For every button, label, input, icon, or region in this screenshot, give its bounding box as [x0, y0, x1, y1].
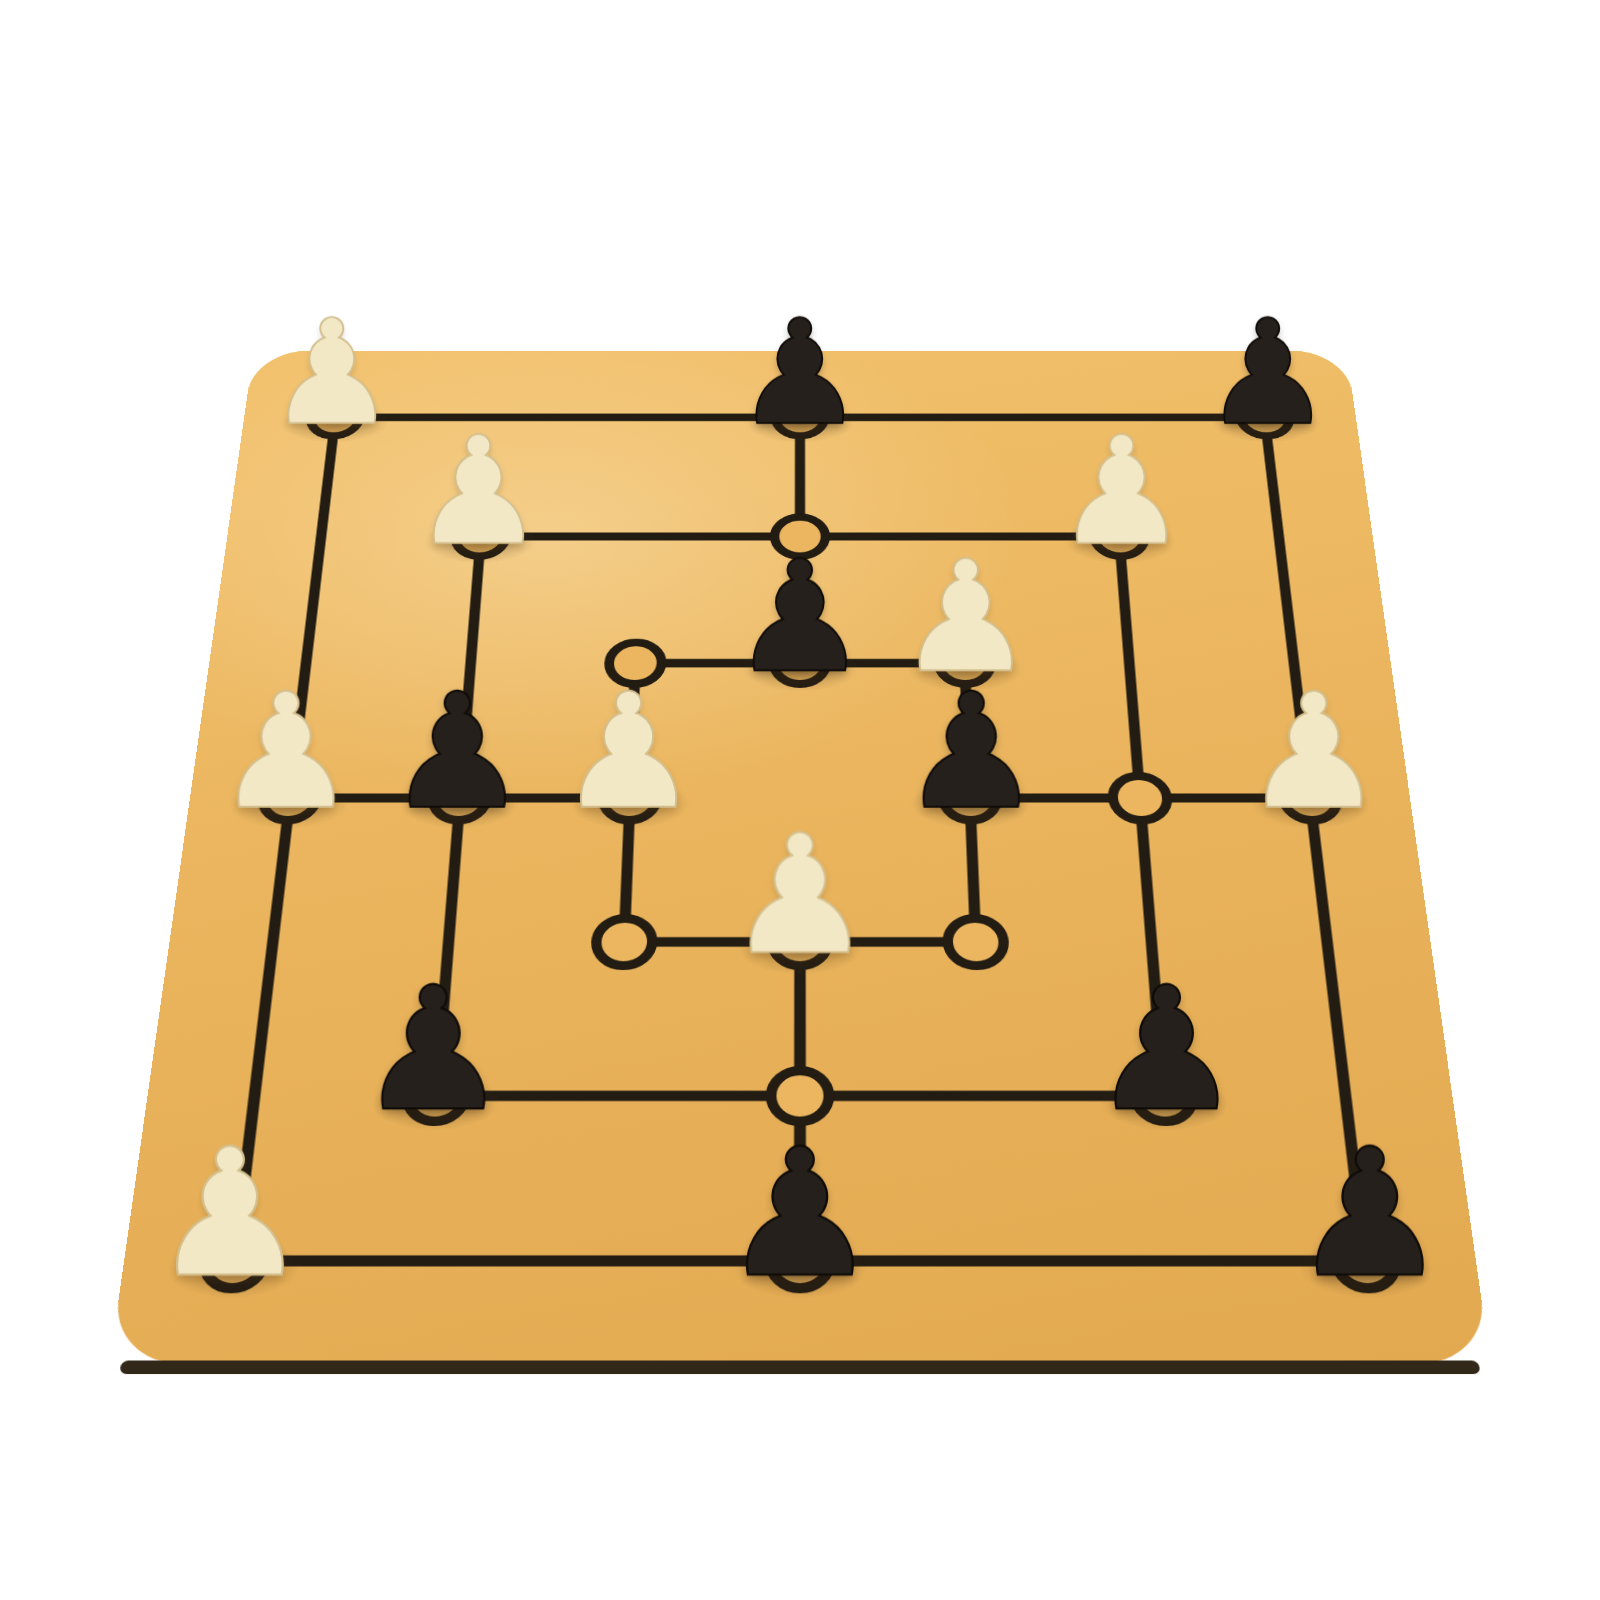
white-pawn-glyph: ♟ [398, 416, 559, 565]
white-pawn-glyph: ♟ [543, 672, 714, 831]
point-c4[interactable]: ♟ [541, 729, 717, 868]
white-pawn-glyph: ♟ [1041, 416, 1202, 565]
point-e3[interactable] [886, 869, 1068, 1018]
game-mat: ♟♟♟♟♟♟♟♟♟♟♟♟♟♟♟♟♟♟ [109, 351, 1490, 1364]
point-a4[interactable]: ♟ [195, 729, 382, 868]
point-f6[interactable]: ♟ [1036, 476, 1205, 599]
point-b4[interactable]: ♟ [368, 729, 549, 868]
point-g4[interactable]: ♟ [1218, 729, 1405, 868]
white-pawn-glyph: ♟ [135, 1125, 325, 1302]
black-pawn-glyph: ♟ [886, 672, 1057, 831]
point-f4[interactable] [1051, 729, 1232, 868]
point-b2[interactable]: ♟ [337, 1018, 532, 1177]
black-pawn-glyph: ♟ [1190, 300, 1346, 445]
black-pawn-glyph: ♟ [342, 963, 525, 1133]
point-g1[interactable]: ♟ [1263, 1177, 1472, 1348]
product-photo-scene: Nine Men's Morris (Mill / Merels) ♟♟♟♟♟♟… [0, 0, 1600, 1600]
white-pawn-glyph: ♟ [1228, 672, 1399, 831]
point-b6[interactable]: ♟ [395, 476, 564, 599]
point-a7[interactable]: ♟ [250, 360, 419, 476]
black-pawn-glyph: ♟ [1075, 963, 1258, 1133]
black-pawn-glyph: ♟ [705, 1125, 895, 1302]
white-pawn-glyph: ♟ [711, 813, 888, 978]
point-d1[interactable]: ♟ [704, 1177, 896, 1348]
point-d5[interactable]: ♟ [716, 599, 883, 730]
point-d7[interactable]: ♟ [721, 360, 878, 476]
point-a1[interactable]: ♟ [129, 1177, 338, 1348]
point-c3[interactable] [532, 869, 714, 1018]
point-d3[interactable]: ♟ [711, 869, 890, 1018]
point-f2[interactable]: ♟ [1068, 1018, 1263, 1177]
point-e4[interactable]: ♟ [884, 729, 1060, 868]
white-pawn-glyph: ♟ [254, 300, 410, 445]
points-grid: ♟♟♟♟♟♟♟♟♟♟♟♟♟♟♟♟♟♟ [129, 360, 1472, 1348]
black-pawn-glyph: ♟ [1275, 1125, 1465, 1302]
black-pawn-glyph: ♟ [722, 300, 878, 445]
black-pawn-glyph: ♟ [372, 672, 543, 831]
white-pawn-glyph: ♟ [200, 672, 371, 831]
point-g7[interactable]: ♟ [1182, 360, 1351, 476]
black-pawn-glyph: ♟ [717, 540, 883, 694]
